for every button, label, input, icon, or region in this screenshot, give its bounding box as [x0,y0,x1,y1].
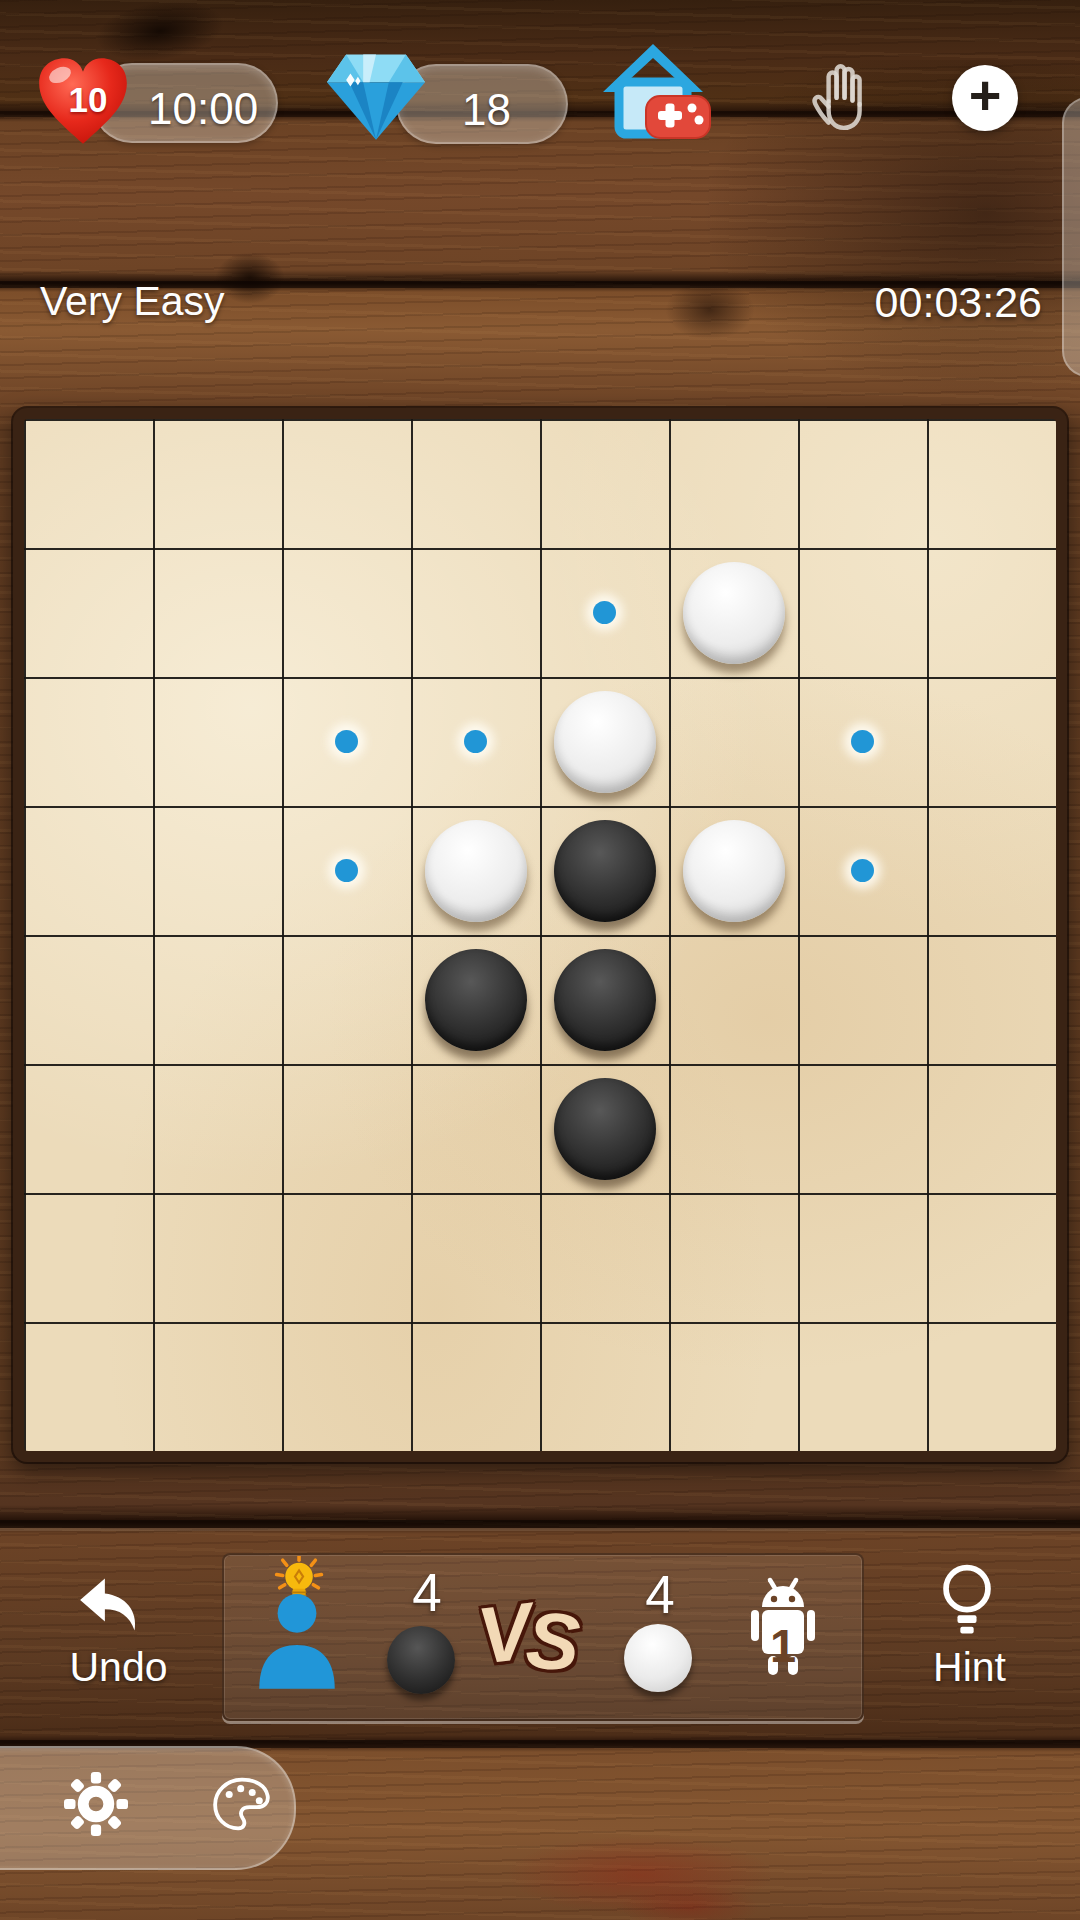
board-cell[interactable] [540,677,669,806]
palette-icon[interactable] [210,1774,274,1834]
board-cell[interactable] [411,1322,540,1451]
wood-knot [215,252,285,304]
move-hint-dot[interactable] [851,730,874,753]
board-cell[interactable] [411,419,540,548]
move-hint-dot[interactable] [464,730,487,753]
home-icon[interactable] [600,40,712,146]
board-cell[interactable] [669,806,798,935]
move-hint-dot[interactable] [593,601,616,624]
board-cell[interactable] [798,419,927,548]
vs-label: VS [478,1588,598,1684]
move-hint-dot[interactable] [851,859,874,882]
board-cell[interactable] [669,1064,798,1193]
lightbulb-icon[interactable] [938,1562,996,1642]
gems-count: 18 [462,85,511,135]
undo-label[interactable]: Undo [46,1644,191,1691]
hint-label[interactable]: Hint [902,1644,1037,1691]
plank-seam [0,1520,1080,1528]
board-cell[interactable] [24,548,153,677]
board-cell[interactable] [927,1064,1056,1193]
difficulty-label: Very Easy [40,278,225,325]
board-cell[interactable] [540,1064,669,1193]
board-cell[interactable] [153,1064,282,1193]
board-cell[interactable] [669,677,798,806]
wood-knot [665,280,755,340]
board-cell[interactable] [153,419,282,548]
board-cell[interactable] [282,1193,411,1322]
white-disc [425,820,527,922]
board-cell[interactable] [411,806,540,935]
board-cell[interactable] [669,1193,798,1322]
undo-arrow-icon[interactable] [76,1576,142,1634]
board-cell[interactable] [282,806,411,935]
board-cell[interactable] [669,419,798,548]
white-score: 4 [625,1564,695,1625]
gear-icon[interactable] [64,1772,128,1836]
board-cell[interactable] [153,548,282,677]
black-disc [554,1078,656,1180]
lightbulb-thinking-icon [277,1556,322,1598]
black-score-disc [387,1626,455,1694]
game-timer: 00:03:26 [875,278,1042,327]
black-disc [554,949,656,1051]
white-disc [554,691,656,793]
board-cell[interactable] [411,677,540,806]
move-hint-dot[interactable] [335,859,358,882]
board-cell[interactable] [24,935,153,1064]
board-cell[interactable] [153,806,282,935]
board-cell[interactable] [411,1193,540,1322]
board-cell[interactable] [153,1322,282,1451]
board-cell[interactable] [153,677,282,806]
player-avatar-icon [246,1556,348,1692]
board-cell[interactable] [927,419,1056,548]
white-disc [683,820,785,922]
plank-seam-highlight [0,1528,1080,1531]
black-score: 4 [392,1562,462,1623]
bot-level-badge: 1 [753,1618,813,1673]
side-tab[interactable] [1062,97,1080,377]
move-hint-dot[interactable] [335,730,358,753]
white-disc [683,562,785,664]
board-cell[interactable] [798,935,927,1064]
board-cell[interactable] [798,677,927,806]
gamepad-icon [646,96,710,138]
board-cell[interactable] [411,548,540,677]
wood-stain [620,1885,760,1920]
board-cell[interactable] [282,1064,411,1193]
board-cell[interactable] [927,806,1056,935]
hand-icon[interactable] [810,60,872,132]
board-cell[interactable] [540,806,669,935]
board-cell[interactable] [282,935,411,1064]
board-cell[interactable] [540,548,669,677]
black-disc [554,820,656,922]
black-disc [425,949,527,1051]
board-cell[interactable] [153,1193,282,1322]
board-cell[interactable] [153,935,282,1064]
board-cell[interactable] [798,1193,927,1322]
board-frame [13,408,1067,1462]
board-cell[interactable] [927,677,1056,806]
board-cell[interactable] [24,1193,153,1322]
board-cell[interactable] [282,1322,411,1451]
board-cell[interactable] [282,419,411,548]
diamond-icon [322,48,430,144]
white-score-disc [624,1624,692,1692]
plus-button[interactable]: + [952,65,1018,131]
board-cell[interactable] [540,935,669,1064]
lives-timer-text: 10:00 [148,84,258,134]
board-cell[interactable] [282,548,411,677]
board-cell[interactable] [669,935,798,1064]
board-cell[interactable] [798,1064,927,1193]
board-cell[interactable] [411,935,540,1064]
board-cell[interactable] [798,548,927,677]
board-cell[interactable] [669,1322,798,1451]
board-cell[interactable] [24,419,153,548]
board-cell[interactable] [540,419,669,548]
board-cell[interactable] [411,1064,540,1193]
board-cell[interactable] [927,1193,1056,1322]
board-cell[interactable] [24,1322,153,1451]
board-cell[interactable] [798,1322,927,1451]
board-cell[interactable] [282,677,411,806]
board-cell[interactable] [24,1064,153,1193]
board-cell[interactable] [927,548,1056,677]
othello-board [24,419,1056,1451]
board-cell[interactable] [927,1322,1056,1451]
board-cell[interactable] [798,806,927,935]
board-cell[interactable] [927,935,1056,1064]
board-cell[interactable] [669,548,798,677]
board-cell[interactable] [540,1193,669,1322]
board-cell[interactable] [540,1322,669,1451]
board-cell[interactable] [24,677,153,806]
lives-count: 10 [58,80,118,120]
board-cell[interactable] [24,806,153,935]
